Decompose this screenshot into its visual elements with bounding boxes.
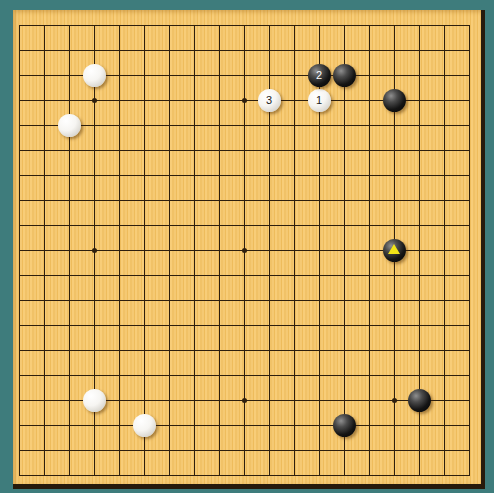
- board-point-n16[interactable]: 1: [307, 88, 332, 113]
- go-board: 312: [13, 10, 485, 489]
- black-stone-o17[interactable]: [333, 64, 356, 87]
- triangle-mark-icon: [388, 244, 400, 254]
- star-point: [82, 88, 107, 113]
- board-point-l16[interactable]: 3: [257, 88, 282, 113]
- go-app-window: 312: [0, 0, 494, 493]
- star-point-dot: [242, 98, 247, 103]
- board-point-c15[interactable]: [57, 113, 82, 138]
- black-stone-n17[interactable]: 2: [308, 64, 331, 87]
- star-point: [232, 238, 257, 263]
- black-stone-r4[interactable]: [408, 389, 431, 412]
- white-stone-n16[interactable]: 1: [308, 89, 331, 112]
- board-point-q10[interactable]: [382, 238, 407, 263]
- white-stone-l16[interactable]: 3: [258, 89, 281, 112]
- star-point-dot: [392, 398, 397, 403]
- board-point-r4[interactable]: [407, 388, 432, 413]
- star-point: [82, 238, 107, 263]
- star-point-dot: [242, 248, 247, 253]
- move-number-label: 1: [316, 95, 322, 106]
- star-point-dot: [242, 398, 247, 403]
- star-point: [382, 388, 407, 413]
- board-point-o17[interactable]: [332, 63, 357, 88]
- white-stone-d4[interactable]: [83, 389, 106, 412]
- star-point-dot: [92, 98, 97, 103]
- board-grid[interactable]: 312: [7, 13, 482, 488]
- board-point-f3[interactable]: [132, 413, 157, 438]
- star-point: [232, 88, 257, 113]
- move-number-label: 3: [266, 95, 272, 106]
- board-point-o3[interactable]: [332, 413, 357, 438]
- board-point-d4[interactable]: [82, 388, 107, 413]
- white-stone-f3[interactable]: [133, 414, 156, 437]
- star-point: [232, 388, 257, 413]
- board-point-q16[interactable]: [382, 88, 407, 113]
- move-number-label: 2: [316, 70, 322, 81]
- board-point-n17[interactable]: 2: [307, 63, 332, 88]
- black-stone-o3[interactable]: [333, 414, 356, 437]
- star-point-dot: [92, 248, 97, 253]
- white-stone-c15[interactable]: [58, 114, 81, 137]
- black-stone-q10[interactable]: [383, 239, 406, 262]
- board-point-d17[interactable]: [82, 63, 107, 88]
- white-stone-d17[interactable]: [83, 64, 106, 87]
- black-stone-q16[interactable]: [383, 89, 406, 112]
